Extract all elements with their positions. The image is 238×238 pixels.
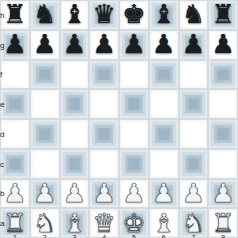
square[interactable]: ♟ — [209, 180, 237, 208]
square[interactable] — [61, 120, 89, 148]
piece-black-pawn[interactable]: ♟ — [152, 31, 175, 58]
square[interactable] — [209, 120, 237, 148]
piece-white-queen[interactable]: ♛ — [92, 210, 115, 237]
piece-black-pawn[interactable]: ♟ — [92, 31, 115, 58]
piece-white-pawn[interactable]: ♟ — [33, 180, 56, 207]
square[interactable]: ♟ — [90, 31, 118, 59]
square[interactable]: ♟ — [1, 180, 29, 208]
square[interactable] — [180, 150, 208, 178]
piece-black-queen[interactable]: ♛ — [92, 1, 115, 28]
square[interactable]: ♟ — [61, 180, 89, 208]
piece-white-knight[interactable]: ♞ — [33, 210, 56, 237]
square[interactable] — [120, 61, 148, 89]
square[interactable] — [1, 120, 29, 148]
square[interactable] — [61, 90, 89, 118]
square[interactable] — [150, 61, 178, 89]
square[interactable] — [61, 150, 89, 178]
square[interactable] — [31, 150, 59, 178]
square[interactable] — [1, 90, 29, 118]
piece-white-knight[interactable]: ♞ — [182, 210, 205, 237]
piece-white-pawn[interactable]: ♟ — [3, 180, 26, 207]
square[interactable] — [61, 61, 89, 89]
square[interactable]: ♟ — [150, 31, 178, 59]
square[interactable]: ♞ — [180, 209, 208, 237]
square[interactable]: ♛ — [90, 1, 118, 29]
piece-white-bishop[interactable]: ♝ — [63, 210, 86, 237]
square[interactable]: ♟ — [209, 31, 237, 59]
square[interactable]: ♞ — [180, 1, 208, 29]
piece-white-pawn[interactable]: ♟ — [92, 180, 115, 207]
square[interactable] — [120, 120, 148, 148]
square[interactable] — [90, 150, 118, 178]
square[interactable] — [150, 90, 178, 118]
piece-white-pawn[interactable]: ♟ — [211, 180, 234, 207]
square[interactable] — [150, 120, 178, 148]
square[interactable] — [1, 61, 29, 89]
square[interactable]: ♟ — [31, 31, 59, 59]
square[interactable]: ♛ — [90, 209, 118, 237]
square[interactable]: ♟ — [180, 31, 208, 59]
square[interactable] — [31, 90, 59, 118]
piece-black-pawn[interactable]: ♟ — [33, 31, 56, 58]
piece-black-bishop[interactable]: ♝ — [152, 1, 175, 28]
square[interactable] — [31, 61, 59, 89]
square[interactable] — [90, 120, 118, 148]
square[interactable]: ♜ — [209, 1, 237, 29]
piece-white-bishop[interactable]: ♝ — [152, 210, 175, 237]
square[interactable]: ♞ — [31, 209, 59, 237]
piece-black-pawn[interactable]: ♟ — [3, 31, 26, 58]
piece-black-bishop[interactable]: ♝ — [63, 1, 86, 28]
square[interactable] — [120, 90, 148, 118]
square[interactable]: ♜ — [1, 209, 29, 237]
square[interactable] — [209, 61, 237, 89]
piece-black-knight[interactable]: ♞ — [182, 1, 205, 28]
square[interactable] — [90, 90, 118, 118]
square[interactable]: ♟ — [90, 180, 118, 208]
square[interactable] — [209, 90, 237, 118]
piece-black-pawn[interactable]: ♟ — [182, 31, 205, 58]
square[interactable]: ♟ — [1, 31, 29, 59]
square[interactable]: ♜ — [1, 1, 29, 29]
square[interactable]: ♞ — [31, 1, 59, 29]
piece-white-pawn[interactable]: ♟ — [182, 180, 205, 207]
square[interactable]: ♜ — [209, 209, 237, 237]
piece-black-pawn[interactable]: ♟ — [211, 31, 234, 58]
square[interactable] — [1, 150, 29, 178]
chess-board: ♜♞♝♛♚♝♞♜♟♟♟♟♟♟♟♟♟♟♟♟♟♟♟♟♜♞♝♛♚♝♞♜hgfedcba… — [0, 0, 238, 238]
square[interactable] — [31, 120, 59, 148]
square[interactable]: ♟ — [150, 180, 178, 208]
piece-white-rook[interactable]: ♜ — [3, 210, 26, 237]
piece-white-pawn[interactable]: ♟ — [63, 180, 86, 207]
square[interactable]: ♝ — [61, 1, 89, 29]
piece-black-knight[interactable]: ♞ — [33, 1, 56, 28]
square[interactable]: ♟ — [120, 180, 148, 208]
piece-white-pawn[interactable]: ♟ — [152, 180, 175, 207]
square[interactable]: ♟ — [31, 180, 59, 208]
piece-white-king[interactable]: ♚ — [122, 210, 145, 237]
piece-white-pawn[interactable]: ♟ — [122, 180, 145, 207]
piece-black-rook[interactable]: ♜ — [3, 1, 26, 28]
square[interactable]: ♝ — [150, 1, 178, 29]
piece-black-king[interactable]: ♚ — [122, 1, 145, 28]
piece-black-pawn[interactable]: ♟ — [63, 31, 86, 58]
square[interactable] — [120, 150, 148, 178]
square[interactable]: ♟ — [120, 31, 148, 59]
square[interactable]: ♟ — [61, 31, 89, 59]
square[interactable]: ♟ — [180, 180, 208, 208]
piece-white-rook[interactable]: ♜ — [211, 210, 234, 237]
square[interactable]: ♝ — [61, 209, 89, 237]
square[interactable]: ♝ — [150, 209, 178, 237]
square[interactable] — [209, 150, 237, 178]
piece-black-rook[interactable]: ♜ — [211, 1, 234, 28]
square[interactable] — [90, 61, 118, 89]
square[interactable] — [150, 150, 178, 178]
piece-black-pawn[interactable]: ♟ — [122, 31, 145, 58]
square[interactable]: ♚ — [120, 209, 148, 237]
square[interactable]: ♚ — [120, 1, 148, 29]
square[interactable] — [180, 120, 208, 148]
square[interactable] — [180, 90, 208, 118]
square[interactable] — [180, 61, 208, 89]
